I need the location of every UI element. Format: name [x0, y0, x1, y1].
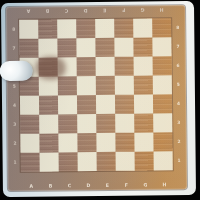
square-g8[interactable] [133, 18, 152, 37]
square-h4[interactable] [153, 94, 172, 113]
square-d3[interactable] [77, 114, 96, 133]
square-e2[interactable] [96, 133, 115, 152]
square-g6[interactable] [134, 56, 153, 75]
square-c3[interactable] [58, 114, 77, 133]
square-h3[interactable] [153, 113, 172, 132]
board-tilt-wrapper: ABCDEFGH ABCDEFGH 87654321 87654321 [0, 0, 200, 200]
square-f6[interactable] [115, 57, 134, 76]
square-f3[interactable] [115, 114, 134, 133]
square-e6[interactable] [96, 57, 115, 76]
square-e3[interactable] [96, 114, 115, 133]
square-e1[interactable] [97, 152, 116, 171]
square-d1[interactable] [78, 152, 97, 171]
square-f8[interactable] [114, 19, 133, 38]
square-g3[interactable] [134, 113, 153, 132]
square-h1[interactable] [154, 151, 173, 170]
play-area [19, 18, 173, 172]
square-b2[interactable] [39, 133, 58, 152]
square-a2[interactable] [20, 134, 39, 153]
chess-board-photo: ABCDEFGH ABCDEFGH 87654321 87654321 [0, 0, 200, 200]
square-b1[interactable] [40, 152, 59, 171]
latch-knob [0, 61, 33, 81]
square-h6[interactable] [153, 56, 172, 75]
square-d5[interactable] [77, 76, 96, 95]
square-g5[interactable] [134, 75, 153, 94]
square-g1[interactable] [135, 151, 154, 170]
square-e7[interactable] [95, 38, 114, 57]
square-c1[interactable] [59, 152, 78, 171]
square-d7[interactable] [76, 38, 95, 57]
square-h5[interactable] [153, 75, 172, 94]
square-a3[interactable] [20, 115, 39, 134]
square-d6[interactable] [77, 57, 96, 76]
square-f4[interactable] [115, 95, 134, 114]
square-b3[interactable] [39, 114, 58, 133]
square-c8[interactable] [57, 19, 76, 38]
square-g7[interactable] [133, 37, 152, 56]
square-b7[interactable] [38, 38, 57, 57]
square-a4[interactable] [20, 96, 39, 115]
square-g2[interactable] [134, 132, 153, 151]
square-c5[interactable] [58, 76, 77, 95]
square-d2[interactable] [77, 133, 96, 152]
square-f7[interactable] [114, 38, 133, 57]
square-c7[interactable] [57, 38, 76, 57]
square-a7[interactable] [19, 39, 38, 58]
square-h2[interactable] [153, 132, 172, 151]
square-a8[interactable] [19, 20, 38, 39]
square-e8[interactable] [95, 19, 114, 38]
square-e5[interactable] [96, 76, 115, 95]
square-b8[interactable] [38, 19, 57, 38]
square-h8[interactable] [152, 18, 171, 37]
square-b4[interactable] [39, 95, 58, 114]
square-f2[interactable] [115, 133, 134, 152]
square-g4[interactable] [134, 94, 153, 113]
blur-smudge-b6 [36, 56, 66, 79]
square-f5[interactable] [115, 76, 134, 95]
square-c2[interactable] [58, 133, 77, 152]
square-c4[interactable] [58, 95, 77, 114]
square-f1[interactable] [116, 152, 135, 171]
square-a1[interactable] [21, 153, 40, 172]
square-d8[interactable] [76, 19, 95, 38]
square-d4[interactable] [77, 95, 96, 114]
square-e4[interactable] [96, 95, 115, 114]
square-h7[interactable] [152, 37, 171, 56]
